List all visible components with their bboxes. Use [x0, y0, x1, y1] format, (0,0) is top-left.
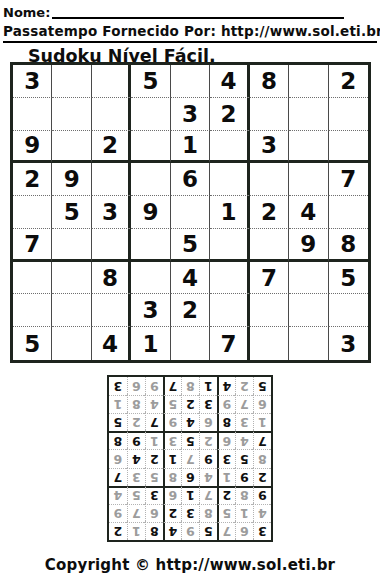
- solution-cell-r1c7: 8: [145, 522, 163, 540]
- solution-cell-r6c6: 3: [163, 431, 181, 449]
- solution-cell-r4c3: 1: [217, 468, 235, 486]
- solution-cell-r6c2: 4: [235, 431, 253, 449]
- puzzle-cell-r2c2[interactable]: [52, 98, 91, 131]
- solution-cell-r4c2: 9: [235, 468, 253, 486]
- name-fill-line: [52, 16, 344, 19]
- puzzle-cell-r6c1[interactable]: 7: [13, 229, 52, 262]
- solution-cell-r5c8: 4: [127, 449, 145, 467]
- solution-cell-r4c1: 2: [253, 468, 271, 486]
- puzzle-cell-r7c6[interactable]: [210, 262, 249, 295]
- solution-cell-r4c5: 6: [181, 468, 199, 486]
- puzzle-cell-r1c5[interactable]: [171, 65, 210, 98]
- solution-cell-r3c8: 5: [127, 486, 145, 504]
- puzzle-cell-r7c3[interactable]: 8: [92, 262, 131, 295]
- solution-cell-r9c1: 5: [253, 377, 271, 395]
- solution-cell-r9c2: 2: [235, 377, 253, 395]
- solution-cell-r1c5: 9: [181, 522, 199, 540]
- puzzle-cell-r7c8[interactable]: [289, 262, 328, 295]
- solution-cell-r4c7: 5: [145, 468, 163, 486]
- solution-cell-r8c5: 2: [181, 395, 199, 413]
- solution-cell-r7c9: 5: [109, 413, 127, 431]
- puzzle-cell-r1c6[interactable]: 4: [210, 65, 249, 98]
- puzzle-cell-r1c4[interactable]: 5: [131, 65, 170, 98]
- puzzle-cell-r6c2[interactable]: [52, 229, 91, 262]
- name-row: Nome:: [3, 3, 377, 20]
- solution-cell-r3c3: 2: [217, 486, 235, 504]
- puzzle-cell-r5c9[interactable]: [329, 196, 368, 229]
- puzzle-cell-r5c5[interactable]: [171, 196, 210, 229]
- solution-cell-r8c3: 9: [217, 395, 235, 413]
- solution-cell-r7c6: 9: [163, 413, 181, 431]
- solution-cell-r6c3: 6: [217, 431, 235, 449]
- solution-cell-r7c3: 8: [217, 413, 235, 431]
- solution-cell-r5c2: 5: [235, 449, 253, 467]
- solution-cell-r2c9: 9: [109, 504, 127, 522]
- solution-cell-r5c9: 6: [109, 449, 127, 467]
- solution-cell-r1c1: 3: [253, 522, 271, 540]
- puzzle-cell-r4c3[interactable]: [92, 163, 131, 196]
- solution-cell-r4c9: 7: [109, 468, 127, 486]
- puzzle-cell-r4c7[interactable]: [250, 163, 289, 196]
- solution-cell-r7c5: 4: [181, 413, 199, 431]
- puzzle-cell-r3c1[interactable]: 9: [13, 131, 52, 164]
- solution-cell-r5c6: 1: [163, 449, 181, 467]
- solution-cell-r9c5: 8: [181, 377, 199, 395]
- puzzle-cell-r9c8[interactable]: [289, 327, 328, 360]
- puzzle-cell-r8c8[interactable]: [289, 294, 328, 327]
- puzzle-cell-r9c1[interactable]: 5: [13, 327, 52, 360]
- puzzle-grid: 354823292132967539124759884753254173: [10, 62, 371, 363]
- puzzle-cell-r2c5[interactable]: 3: [171, 98, 210, 131]
- solution-cell-r2c1: 4: [253, 504, 271, 522]
- solution-cell-r9c8: 6: [127, 377, 145, 395]
- solution-cell-r8c8: 8: [127, 395, 145, 413]
- puzzle-cell-r4c1[interactable]: 2: [13, 163, 52, 196]
- puzzle-cell-r1c9[interactable]: 2: [329, 65, 368, 98]
- solution-cell-r9c7: 9: [145, 377, 163, 395]
- puzzle-cell-r3c9[interactable]: [329, 131, 368, 164]
- puzzle-cell-r4c5[interactable]: 6: [171, 163, 210, 196]
- solution-cell-r7c2: 3: [235, 413, 253, 431]
- puzzle-cell-r9c5[interactable]: [171, 327, 210, 360]
- puzzle-cell-r6c8[interactable]: 9: [289, 229, 328, 262]
- puzzle-cell-r8c2[interactable]: [52, 294, 91, 327]
- puzzle-cell-r2c8[interactable]: [289, 98, 328, 131]
- solution-cell-r9c9: 3: [109, 377, 127, 395]
- solution-cell-r2c6: 2: [163, 504, 181, 522]
- puzzle-cell-r8c7[interactable]: [250, 294, 289, 327]
- puzzle-cell-r3c5[interactable]: 1: [171, 131, 210, 164]
- puzzle-cell-r8c5[interactable]: 2: [171, 294, 210, 327]
- solution-cell-r3c6: 6: [163, 486, 181, 504]
- puzzle-cell-r2c1[interactable]: [13, 98, 52, 131]
- solution-cell-r3c2: 8: [235, 486, 253, 504]
- solution-cell-r2c8: 7: [127, 504, 145, 522]
- puzzle-cell-r4c6[interactable]: [210, 163, 249, 196]
- solution-cell-r5c1: 8: [253, 449, 271, 467]
- puzzle-cell-r5c6[interactable]: 1: [210, 196, 249, 229]
- puzzle-cell-r9c4[interactable]: 1: [131, 327, 170, 360]
- puzzle-cell-r4c2[interactable]: 9: [52, 163, 91, 196]
- solution-cell-r2c2: 1: [235, 504, 253, 522]
- puzzle-cell-r7c2[interactable]: [52, 262, 91, 295]
- solution-cell-r3c9: 4: [109, 486, 127, 504]
- puzzle-cell-r6c5[interactable]: 5: [171, 229, 210, 262]
- puzzle-cell-r6c9[interactable]: 8: [329, 229, 368, 262]
- puzzle-cell-r6c3[interactable]: [92, 229, 131, 262]
- solution-cell-r3c5: 1: [181, 486, 199, 504]
- solution-cell-r7c1: 1: [253, 413, 271, 431]
- puzzle-cell-r8c9[interactable]: [329, 294, 368, 327]
- solution-cell-r2c7: 6: [145, 504, 163, 522]
- puzzle-cell-r8c4[interactable]: 3: [131, 294, 170, 327]
- solution-cell-r7c7: 7: [145, 413, 163, 431]
- puzzle-cell-r1c3[interactable]: [92, 65, 131, 98]
- puzzle-cell-r2c3[interactable]: [92, 98, 131, 131]
- solution-cell-r8c1: 6: [253, 395, 271, 413]
- puzzle-cell-r2c6[interactable]: 2: [210, 98, 249, 131]
- puzzle-cell-r8c1[interactable]: [13, 294, 52, 327]
- solution-cell-r7c4: 6: [199, 413, 217, 431]
- solution-cell-r1c2: 6: [235, 522, 253, 540]
- solution-cell-r5c5: 7: [181, 449, 199, 467]
- puzzle-cell-r5c7[interactable]: 2: [250, 196, 289, 229]
- puzzle-cell-r9c7[interactable]: [250, 327, 289, 360]
- puzzle-cell-r1c8[interactable]: [289, 65, 328, 98]
- puzzle-cell-r3c4[interactable]: [131, 131, 170, 164]
- solution-cell-r1c9: 2: [109, 522, 127, 540]
- solution-cell-r8c7: 4: [145, 395, 163, 413]
- puzzle-cell-r8c3[interactable]: [92, 294, 131, 327]
- solution-cell-r1c4: 5: [199, 522, 217, 540]
- puzzle-cell-r6c6[interactable]: [210, 229, 249, 262]
- page-header: Nome: Passatempo Fornecido Por: http://w…: [0, 0, 380, 66]
- puzzle-cell-r3c6[interactable]: [210, 131, 249, 164]
- solution-cell-r8c4: 3: [199, 395, 217, 413]
- puzzle-cell-r3c8[interactable]: [289, 131, 328, 164]
- solution-cell-r6c8: 9: [127, 431, 145, 449]
- puzzle-cell-r7c7[interactable]: 7: [250, 262, 289, 295]
- puzzle-cell-r3c2[interactable]: [52, 131, 91, 164]
- puzzle-cell-r9c2[interactable]: [52, 327, 91, 360]
- solution-cell-r6c4: 2: [199, 431, 217, 449]
- puzzle-cell-r1c1[interactable]: 3: [13, 65, 52, 98]
- solution-cell-r6c9: 8: [109, 431, 127, 449]
- puzzle-cell-r5c2[interactable]: 5: [52, 196, 91, 229]
- solution-cell-r9c6: 7: [163, 377, 181, 395]
- solution-cell-r9c3: 4: [217, 377, 235, 395]
- solution-cell-r8c6: 5: [163, 395, 181, 413]
- solution-cell-r1c3: 7: [217, 522, 235, 540]
- puzzle-cell-r3c3[interactable]: 2: [92, 131, 131, 164]
- puzzle-cell-r6c4[interactable]: [131, 229, 170, 262]
- puzzle-cell-r1c2[interactable]: [52, 65, 91, 98]
- solution-cell-r6c7: 1: [145, 431, 163, 449]
- solution-cell-r1c6: 4: [163, 522, 181, 540]
- puzzle-cell-r5c8[interactable]: 4: [289, 196, 328, 229]
- puzzle-cell-r6c7[interactable]: [250, 229, 289, 262]
- puzzle-cell-r5c3[interactable]: 3: [92, 196, 131, 229]
- copyright-text: Copyright © http://www.sol.eti.br: [0, 556, 380, 574]
- puzzle-cell-r3c7[interactable]: 3: [250, 131, 289, 164]
- puzzle-cell-r8c6[interactable]: [210, 294, 249, 327]
- sudoku-print-page: Nome: Passatempo Fornecido Por: http://w…: [0, 0, 380, 585]
- solution-cell-r8c9: 1: [109, 395, 127, 413]
- solution-cell-r3c4: 7: [199, 486, 217, 504]
- puzzle-cell-r2c9[interactable]: [329, 98, 368, 131]
- puzzle-cell-r5c4[interactable]: 9: [131, 196, 170, 229]
- solution-cell-r5c7: 2: [145, 449, 163, 467]
- solution-cell-r4c8: 3: [127, 468, 145, 486]
- solution-cell-r1c8: 1: [127, 522, 145, 540]
- puzzle-cell-r1c7[interactable]: 8: [250, 65, 289, 98]
- solution-cell-r4c4: 4: [199, 468, 217, 486]
- solution-cell-r5c4: 9: [199, 449, 217, 467]
- puzzle-cell-r9c3[interactable]: 4: [92, 327, 131, 360]
- puzzle-cell-r7c5[interactable]: 4: [171, 262, 210, 295]
- puzzle-cell-r2c7[interactable]: [250, 98, 289, 131]
- solution-cell-r8c2: 7: [235, 395, 253, 413]
- solution-cell-r6c1: 7: [253, 431, 271, 449]
- puzzle-cell-r4c8[interactable]: [289, 163, 328, 196]
- solution-cell-r2c3: 5: [217, 504, 235, 522]
- puzzle-cell-r9c9[interactable]: 3: [329, 327, 368, 360]
- puzzle-cell-r7c4[interactable]: [131, 262, 170, 295]
- solution-cell-r5c3: 3: [217, 449, 235, 467]
- solution-cell-r7c8: 2: [127, 413, 145, 431]
- provided-by-text: Passatempo Fornecido Por: http://www.sol…: [3, 20, 377, 43]
- solution-cell-r3c1: 9: [253, 486, 271, 504]
- solution-cell-r6c5: 5: [181, 431, 199, 449]
- name-label: Nome:: [3, 5, 50, 20]
- puzzle-cell-r4c9[interactable]: 7: [329, 163, 368, 196]
- solution-cell-r2c5: 3: [181, 504, 199, 522]
- solution-cell-r2c4: 8: [199, 504, 217, 522]
- puzzle-cell-r2c4[interactable]: [131, 98, 170, 131]
- puzzle-cell-r7c9[interactable]: 5: [329, 262, 368, 295]
- solution-grid: 3675948124158326799827163542914685378539…: [107, 375, 273, 542]
- solution-cell-r4c6: 8: [163, 468, 181, 486]
- puzzle-cell-r5c1[interactable]: [13, 196, 52, 229]
- puzzle-cell-r7c1[interactable]: [13, 262, 52, 295]
- solution-cell-r9c4: 1: [199, 377, 217, 395]
- puzzle-cell-r9c6[interactable]: 7: [210, 327, 249, 360]
- puzzle-cell-r4c4[interactable]: [131, 163, 170, 196]
- solution-cell-r3c7: 3: [145, 486, 163, 504]
